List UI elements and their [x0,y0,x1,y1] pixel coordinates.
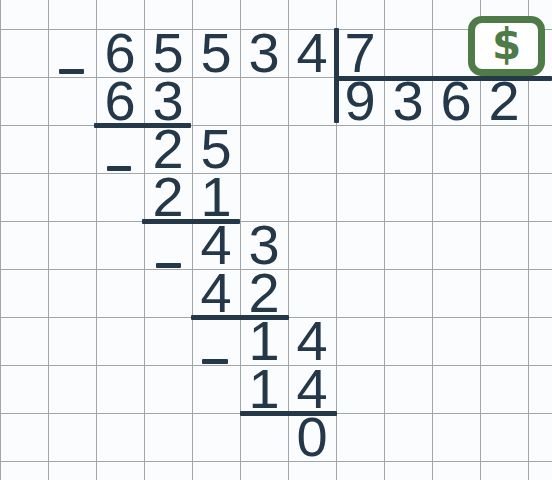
digit-cell: 2 [480,77,528,125]
digit-cell: 4 [192,269,240,317]
digit-cell: 1 [240,365,288,413]
digit-cell: 0 [288,413,336,461]
digit-cell: 3 [240,29,288,77]
digit-cell: 5 [192,29,240,77]
digit-cell: 3 [384,77,432,125]
division-grid: 6553476393622521434214140 [0,29,552,461]
digit-cell: 2 [144,173,192,221]
digit-cell: 6 [432,77,480,125]
dollar-sign-icon: $ [492,24,521,66]
dollar-hint-button[interactable]: $ [468,16,545,76]
digit-cell: 6 [96,77,144,125]
digit-cell: 9 [336,77,384,125]
digit-cell: 4 [288,29,336,77]
graph-paper-worksheet: 6553476393622521434214140 $ [0,0,552,480]
